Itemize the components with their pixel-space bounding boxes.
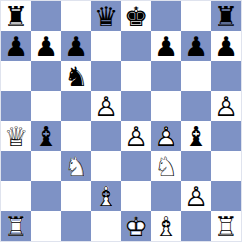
square-a5[interactable] xyxy=(1,91,31,121)
square-c4[interactable] xyxy=(61,121,91,151)
white-queen-icon[interactable]: ♕ xyxy=(1,121,31,151)
square-d6[interactable] xyxy=(91,61,121,91)
black-pawn-icon[interactable]: ♟ xyxy=(1,31,31,61)
square-d8[interactable]: ♛ xyxy=(91,1,121,31)
square-b5[interactable] xyxy=(31,91,61,121)
square-c7[interactable]: ♟ xyxy=(61,31,91,61)
square-g2[interactable]: ♟♙ xyxy=(181,181,211,211)
square-g1[interactable] xyxy=(181,211,211,241)
chess-board: ♜♛♚♜♟♟♟♟♟♟♞♟♙♟♙♛♕♝♟♙♟♙♝♞♘♞♘♝♗♟♙♜♖♚♔♝♗♜♖ xyxy=(0,0,242,242)
black-knight-icon[interactable]: ♞ xyxy=(61,61,91,91)
square-b2[interactable] xyxy=(31,181,61,211)
square-f6[interactable] xyxy=(151,61,181,91)
square-g5[interactable] xyxy=(181,91,211,121)
white-pawn-icon[interactable]: ♙ xyxy=(91,91,121,121)
square-d7[interactable] xyxy=(91,31,121,61)
black-pawn-icon[interactable]: ♟ xyxy=(181,31,211,61)
square-e7[interactable] xyxy=(121,31,151,61)
square-g4[interactable]: ♝ xyxy=(181,121,211,151)
square-a1[interactable]: ♜♖ xyxy=(1,211,31,241)
square-g7[interactable]: ♟ xyxy=(181,31,211,61)
square-f3[interactable]: ♞♘ xyxy=(151,151,181,181)
square-d2[interactable]: ♝♗ xyxy=(91,181,121,211)
white-knight-icon[interactable]: ♘ xyxy=(61,151,91,181)
square-e6[interactable] xyxy=(121,61,151,91)
black-pawn-icon[interactable]: ♟ xyxy=(61,31,91,61)
square-c5[interactable] xyxy=(61,91,91,121)
square-d5[interactable]: ♟♙ xyxy=(91,91,121,121)
square-b1[interactable] xyxy=(31,211,61,241)
white-pawn-icon[interactable]: ♙ xyxy=(211,91,241,121)
square-a4[interactable]: ♛♕ xyxy=(1,121,31,151)
black-bishop-icon[interactable]: ♝ xyxy=(181,121,211,151)
square-a7[interactable]: ♟ xyxy=(1,31,31,61)
white-pawn-icon[interactable]: ♙ xyxy=(151,121,181,151)
square-a8[interactable]: ♜ xyxy=(1,1,31,31)
square-h4[interactable] xyxy=(211,121,241,151)
square-g8[interactable] xyxy=(181,1,211,31)
square-a2[interactable] xyxy=(1,181,31,211)
square-g6[interactable] xyxy=(181,61,211,91)
square-e5[interactable] xyxy=(121,91,151,121)
square-h5[interactable]: ♟♙ xyxy=(211,91,241,121)
square-a3[interactable] xyxy=(1,151,31,181)
black-queen-icon[interactable]: ♛ xyxy=(91,1,121,31)
black-rook-icon[interactable]: ♜ xyxy=(1,1,31,31)
square-f1[interactable]: ♝♗ xyxy=(151,211,181,241)
square-e1[interactable]: ♚♔ xyxy=(121,211,151,241)
white-king-icon[interactable]: ♔ xyxy=(121,211,151,241)
square-b4[interactable]: ♝ xyxy=(31,121,61,151)
square-h2[interactable] xyxy=(211,181,241,211)
square-g3[interactable] xyxy=(181,151,211,181)
black-pawn-icon[interactable]: ♟ xyxy=(151,31,181,61)
black-bishop-icon[interactable]: ♝ xyxy=(31,121,61,151)
square-d4[interactable] xyxy=(91,121,121,151)
square-b3[interactable] xyxy=(31,151,61,181)
square-e2[interactable] xyxy=(121,181,151,211)
square-f7[interactable]: ♟ xyxy=(151,31,181,61)
square-c8[interactable] xyxy=(61,1,91,31)
square-f2[interactable] xyxy=(151,181,181,211)
square-h7[interactable]: ♟ xyxy=(211,31,241,61)
square-c6[interactable]: ♞ xyxy=(61,61,91,91)
square-c2[interactable] xyxy=(61,181,91,211)
square-h6[interactable] xyxy=(211,61,241,91)
black-king-icon[interactable]: ♚ xyxy=(121,1,151,31)
square-d1[interactable] xyxy=(91,211,121,241)
square-h1[interactable]: ♜♖ xyxy=(211,211,241,241)
black-pawn-icon[interactable]: ♟ xyxy=(211,31,241,61)
black-rook-icon[interactable]: ♜ xyxy=(211,1,241,31)
white-bishop-icon[interactable]: ♗ xyxy=(151,211,181,241)
square-f8[interactable] xyxy=(151,1,181,31)
square-f5[interactable] xyxy=(151,91,181,121)
square-h8[interactable]: ♜ xyxy=(211,1,241,31)
chess-board-grid: ♜♛♚♜♟♟♟♟♟♟♞♟♙♟♙♛♕♝♟♙♟♙♝♞♘♞♘♝♗♟♙♜♖♚♔♝♗♜♖ xyxy=(1,1,241,241)
square-e4[interactable]: ♟♙ xyxy=(121,121,151,151)
square-e8[interactable]: ♚ xyxy=(121,1,151,31)
square-c3[interactable]: ♞♘ xyxy=(61,151,91,181)
square-c1[interactable] xyxy=(61,211,91,241)
white-knight-icon[interactable]: ♘ xyxy=(151,151,181,181)
white-rook-icon[interactable]: ♖ xyxy=(211,211,241,241)
white-rook-icon[interactable]: ♖ xyxy=(1,211,31,241)
square-f4[interactable]: ♟♙ xyxy=(151,121,181,151)
square-a6[interactable] xyxy=(1,61,31,91)
square-h3[interactable] xyxy=(211,151,241,181)
square-b6[interactable] xyxy=(31,61,61,91)
square-b7[interactable]: ♟ xyxy=(31,31,61,61)
white-pawn-icon[interactable]: ♙ xyxy=(181,181,211,211)
black-pawn-icon[interactable]: ♟ xyxy=(31,31,61,61)
square-e3[interactable] xyxy=(121,151,151,181)
square-b8[interactable] xyxy=(31,1,61,31)
square-d3[interactable] xyxy=(91,151,121,181)
white-pawn-icon[interactable]: ♙ xyxy=(121,121,151,151)
white-bishop-icon[interactable]: ♗ xyxy=(91,181,121,211)
